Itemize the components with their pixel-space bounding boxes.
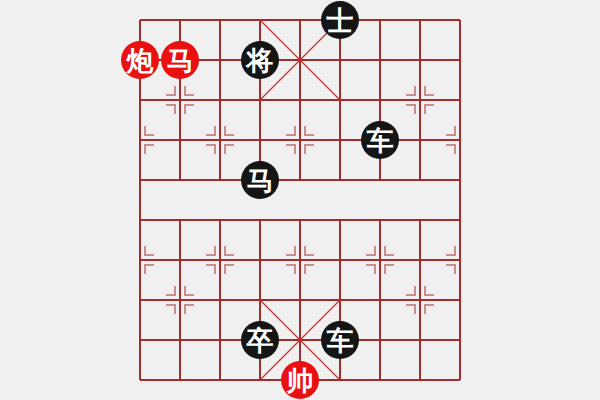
black-general-piece[interactable]: 将 xyxy=(241,41,279,79)
black-chariot-upper-piece[interactable]: 车 xyxy=(361,121,399,159)
xiangqi-board: 炮马将士车马卒车帅 xyxy=(0,0,600,400)
piece-grid: 炮马将士车马卒车帅 xyxy=(120,0,480,400)
red-horse-piece[interactable]: 马 xyxy=(161,41,199,79)
black-advisor-piece[interactable]: 士 xyxy=(321,1,359,39)
black-pawn-piece[interactable]: 卒 xyxy=(241,321,279,359)
black-chariot-lower-piece[interactable]: 车 xyxy=(321,321,359,359)
red-general-piece[interactable]: 帅 xyxy=(281,361,319,399)
red-cannon-piece[interactable]: 炮 xyxy=(121,41,159,79)
black-horse-piece[interactable]: 马 xyxy=(241,161,279,199)
